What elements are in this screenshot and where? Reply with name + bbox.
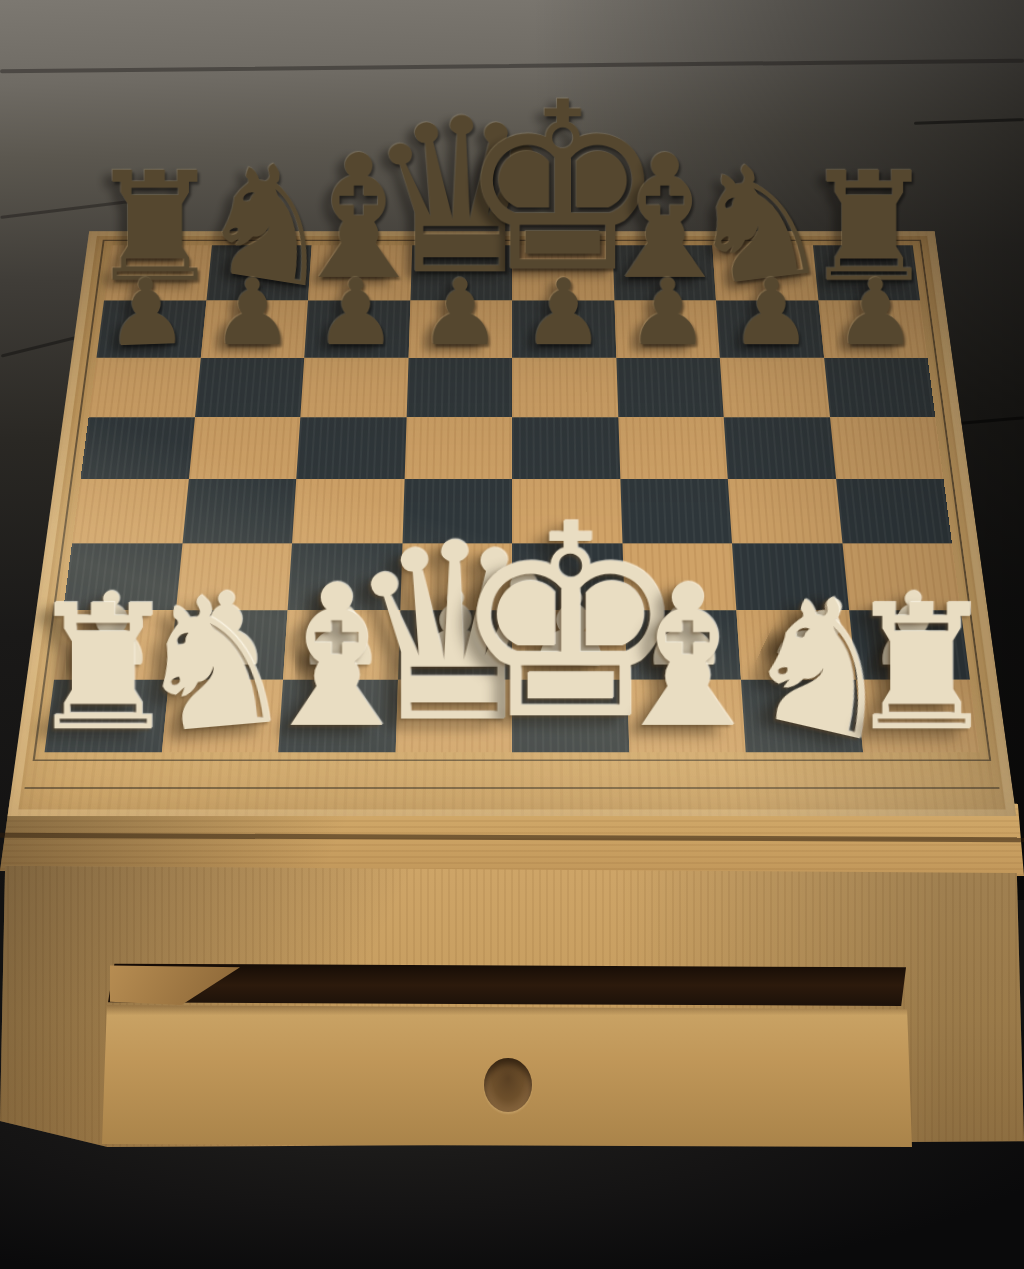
square-h6[interactable] — [824, 358, 936, 418]
square-a5[interactable] — [80, 417, 194, 479]
white-bishop-c1[interactable]: ♝ — [249, 565, 425, 751]
square-f1[interactable]: ♝ — [626, 680, 745, 752]
drawer-finger-hole[interactable] — [484, 1058, 532, 1112]
square-d6[interactable] — [406, 358, 512, 418]
black-pawn-b7[interactable]: ♟ — [211, 269, 293, 356]
square-f6[interactable] — [616, 358, 724, 418]
square-c6[interactable] — [300, 358, 408, 418]
square-g5[interactable] — [724, 417, 836, 479]
white-bishop-f1[interactable]: ♝ — [599, 565, 775, 751]
square-c1[interactable]: ♝ — [278, 680, 397, 752]
square-f7[interactable]: ♟ — [614, 301, 720, 358]
drawer-slot — [108, 960, 906, 1006]
square-g6[interactable] — [720, 358, 830, 418]
white-rook-a1[interactable]: ♜ — [26, 587, 180, 751]
square-e7[interactable]: ♟ — [512, 301, 616, 358]
square-a1[interactable]: ♜ — [45, 680, 169, 752]
square-h5[interactable] — [830, 417, 944, 479]
square-b4[interactable] — [182, 479, 296, 543]
black-pawn-h7[interactable]: ♟ — [834, 269, 916, 356]
square-b5[interactable] — [188, 417, 300, 479]
black-pawn-a7[interactable]: ♟ — [104, 268, 189, 358]
chess-board[interactable]: ♜♞♝♛♚♝♞♜♟♟♟♟♟♟♟♟♟♟♟♟♟♟♟♟♜♞♝♛♚♝♞♜ — [8, 231, 1017, 816]
white-rook-h1[interactable]: ♜ — [844, 587, 998, 751]
black-pawn-c7[interactable]: ♟ — [315, 269, 397, 356]
black-pawn-f7[interactable]: ♟ — [627, 269, 709, 356]
black-pawn-e7[interactable]: ♟ — [523, 269, 605, 356]
black-pawn-d7[interactable]: ♟ — [419, 269, 501, 356]
square-a6[interactable] — [89, 358, 201, 418]
square-b7[interactable]: ♟ — [200, 301, 308, 358]
square-g7[interactable]: ♟ — [716, 301, 824, 358]
square-e6[interactable] — [512, 358, 618, 418]
board-inlay-line — [24, 787, 999, 789]
square-b6[interactable] — [194, 358, 304, 418]
square-h7[interactable]: ♟ — [818, 301, 928, 358]
scene: ♜♞♝♛♚♝♞♜♟♟♟♟♟♟♟♟♟♟♟♟♟♟♟♟♜♞♝♛♚♝♞♜ — [0, 0, 1024, 1269]
square-d7[interactable]: ♟ — [408, 301, 512, 358]
square-c7[interactable]: ♟ — [304, 301, 410, 358]
board-grid: ♜♞♝♛♚♝♞♜♟♟♟♟♟♟♟♟♟♟♟♟♟♟♟♟♜♞♝♛♚♝♞♜ — [45, 245, 980, 752]
square-h4[interactable] — [836, 479, 952, 543]
square-a4[interactable] — [72, 479, 188, 543]
square-g4[interactable] — [728, 479, 842, 543]
square-h1[interactable]: ♜ — [855, 680, 979, 752]
black-pawn-g7[interactable]: ♟ — [730, 269, 812, 356]
square-a7[interactable]: ♟ — [96, 301, 206, 358]
square-c5[interactable] — [296, 417, 406, 479]
